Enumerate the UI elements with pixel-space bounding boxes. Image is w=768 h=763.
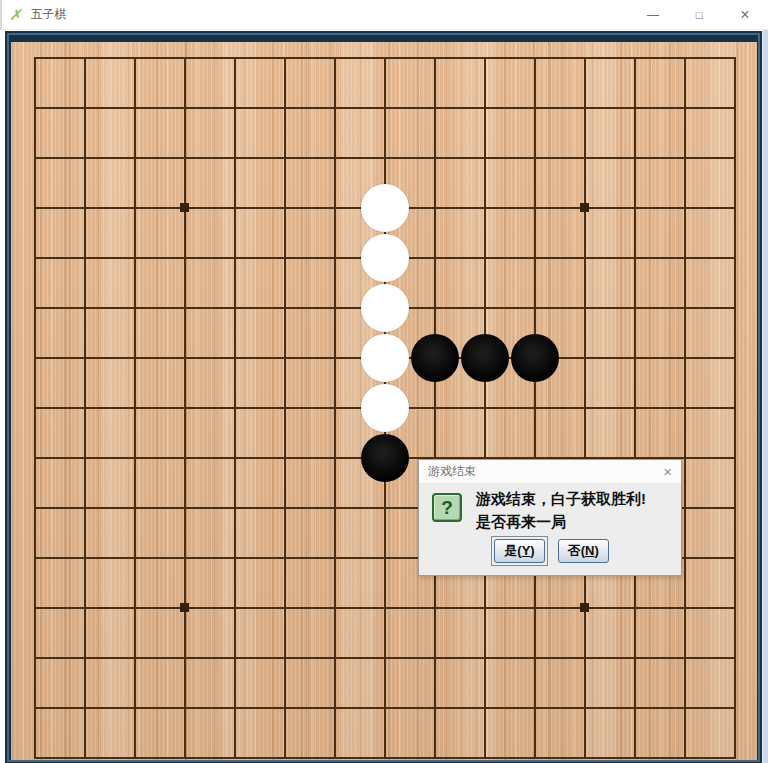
white-stone [361,384,409,432]
board-cell[interactable] [510,683,560,733]
board-cell[interactable] [560,183,610,233]
board-cell[interactable] [560,733,610,763]
board-cell[interactable] [310,233,360,283]
board-cell[interactable] [160,483,210,533]
board-cell[interactable] [310,433,360,483]
board-cell[interactable] [60,683,110,733]
board-cell[interactable] [360,183,410,233]
board-cell[interactable] [10,33,60,83]
board-cell[interactable] [610,583,660,633]
board-cell[interactable] [10,383,60,433]
grid-line-vertical [234,483,236,533]
board-cell[interactable] [160,383,210,433]
game-over-dialog: 游戏结束 × ? 游戏结束，白子获取胜利! 是否再来一局 是(Y) 否(N) [418,459,682,576]
board-cell[interactable] [410,133,460,183]
board-cell[interactable] [710,733,760,763]
board-cell[interactable] [110,733,160,763]
board-cell[interactable] [10,83,60,133]
board-cell[interactable] [210,333,260,383]
grid-line-vertical [484,383,486,433]
board-cell[interactable] [510,583,560,633]
grid-line-vertical [134,733,136,759]
board-cell[interactable] [260,183,310,233]
grid-line-vertical [734,583,736,633]
board-cell[interactable] [310,533,360,583]
grid-line-vertical [334,133,336,183]
board-cell[interactable] [60,133,110,183]
board-cell[interactable] [60,483,110,533]
grid-line-vertical [284,333,286,383]
board-grid [10,33,760,763]
board-cell[interactable] [360,433,410,483]
board-cell[interactable] [210,433,260,483]
board-cell[interactable] [260,733,310,763]
board-cell[interactable] [60,383,110,433]
board-cell[interactable] [10,283,60,333]
board-cell[interactable] [360,733,410,763]
board-cell[interactable] [710,483,760,533]
board-cell[interactable] [360,533,410,583]
grid-line-vertical [134,333,136,383]
board-cell[interactable] [160,433,210,483]
close-icon: × [740,7,749,23]
no-button[interactable]: 否(N) [558,539,609,563]
board-cell[interactable] [410,233,460,283]
board-cell[interactable] [560,133,610,183]
board-cell[interactable] [660,733,710,763]
board-cell[interactable] [660,83,710,133]
maximize-icon: □ [696,10,703,21]
board-cell[interactable] [60,83,110,133]
board-cell[interactable] [510,633,560,683]
board-cell[interactable] [60,533,110,583]
board-cell[interactable] [510,83,560,133]
board-cell[interactable] [260,33,310,83]
board-cell[interactable] [510,233,560,283]
board-cell[interactable] [710,83,760,133]
board-cell[interactable] [410,683,460,733]
grid-line-horizontal [34,57,60,59]
grid-line-vertical [434,683,436,733]
board-cell[interactable] [260,233,310,283]
grid-line-vertical [334,433,336,483]
board-cell[interactable] [110,483,160,533]
board-cell[interactable] [710,33,760,83]
board-cell[interactable] [510,283,560,333]
board-cell[interactable] [560,283,610,333]
board-cell[interactable] [210,183,260,233]
board-cell[interactable] [110,333,160,383]
grid-line-horizontal [34,557,60,559]
board-cell[interactable] [660,583,710,633]
board-cell[interactable] [710,183,760,233]
board-cell[interactable] [360,633,410,683]
board-cell[interactable] [410,583,460,633]
grid-line-vertical [684,333,686,383]
grid-line-vertical [634,733,636,759]
board-cell[interactable] [110,583,160,633]
board-cell[interactable] [610,633,660,683]
board-cell[interactable] [410,383,460,433]
board-cell[interactable] [160,83,210,133]
board-cell[interactable] [260,83,310,133]
grid-line-horizontal [710,257,736,259]
board-cell[interactable] [260,133,310,183]
board-cell[interactable] [710,533,760,583]
board-cell[interactable] [710,283,760,333]
board-cell[interactable] [110,433,160,483]
board-cell[interactable] [610,183,660,233]
board-cell[interactable] [210,383,260,433]
board-cell[interactable] [660,133,710,183]
board-cell[interactable] [60,283,110,333]
board-cell[interactable] [660,233,710,283]
board-cell[interactable] [160,33,210,83]
board-cell[interactable] [610,683,660,733]
board-cell[interactable] [110,83,160,133]
board-cell[interactable] [710,433,760,483]
board-cell[interactable] [60,433,110,483]
board-cell[interactable] [210,33,260,83]
board-cell[interactable] [610,733,660,763]
board-cell[interactable] [560,33,610,83]
board-cell[interactable] [210,233,260,283]
board-cell[interactable] [60,233,110,283]
board-cell[interactable] [10,633,60,683]
board-cell[interactable] [460,33,510,83]
board-cell[interactable] [460,233,510,283]
board-cell[interactable] [110,233,160,283]
board-cell[interactable] [560,683,610,733]
board-cell[interactable] [210,733,260,763]
board-cell[interactable] [560,83,610,133]
board-cell[interactable] [410,33,460,83]
grid-line-vertical [184,433,186,483]
black-stone [461,334,509,382]
board-cell[interactable] [710,683,760,733]
board-cell[interactable] [310,333,360,383]
board-cell[interactable] [160,583,210,633]
grid-line-vertical [284,133,286,183]
board-cell[interactable] [360,233,410,283]
grid-line-vertical [284,283,286,333]
board-cell[interactable] [510,183,560,233]
grid-line-vertical [534,183,536,233]
board-cell[interactable] [560,233,610,283]
board-cell[interactable] [710,333,760,383]
board-cell[interactable] [660,633,710,683]
grid-line-vertical [184,733,186,759]
board-cell[interactable] [260,533,310,583]
grid-line-vertical [384,83,386,133]
board-cell[interactable] [360,583,410,633]
board-cell[interactable] [110,133,160,183]
black-stone [411,334,459,382]
board-cell[interactable] [210,683,260,733]
board-cell[interactable] [310,283,360,333]
grid-line-vertical [634,683,636,733]
board-cell[interactable] [10,433,60,483]
grid-line-vertical [734,683,736,733]
board-cell[interactable] [460,733,510,763]
board-cell[interactable] [10,733,60,763]
yes-button[interactable]: 是(Y) [494,539,544,563]
board-cell[interactable] [110,683,160,733]
board-cell[interactable] [10,483,60,533]
grid-line-horizontal [710,707,736,709]
board-cell[interactable] [260,433,310,483]
board-cell[interactable] [360,33,410,83]
board-cell[interactable] [10,583,60,633]
grid-line-horizontal [710,407,736,409]
grid-line-vertical [734,333,736,383]
board-cell[interactable] [460,583,510,633]
grid-line-vertical [684,533,686,583]
board-cell[interactable] [460,633,510,683]
board-cell[interactable] [710,133,760,183]
board-cell[interactable] [510,733,560,763]
grid-line-vertical [34,333,36,383]
board-cell[interactable] [610,383,660,433]
grid-line-horizontal [34,457,60,459]
grid-line-vertical [584,383,586,433]
board-cell[interactable] [360,83,410,133]
board-cell[interactable] [510,383,560,433]
grid-line-vertical [134,183,136,233]
board-cell[interactable] [260,483,310,533]
board-cell[interactable] [310,683,360,733]
board-cell[interactable] [60,33,110,83]
board-cell[interactable] [310,33,360,83]
board-cell[interactable] [260,333,310,383]
grid-line-vertical [84,483,86,533]
star-point [180,603,189,612]
grid-line-vertical [634,183,636,233]
board-cell[interactable] [710,633,760,683]
grid-line-vertical [134,583,136,633]
board-cell[interactable] [710,233,760,283]
board-cell[interactable] [560,633,610,683]
grid-line-vertical [734,283,736,333]
board-cell[interactable] [560,383,610,433]
board-cell[interactable] [410,83,460,133]
board-cell[interactable] [360,333,410,383]
board-cell[interactable] [10,333,60,383]
board-cell[interactable] [110,533,160,583]
grid-line-vertical [484,283,486,333]
board-cell[interactable] [10,133,60,183]
board-cell[interactable] [210,483,260,533]
board-cell[interactable] [460,333,510,383]
board-cell[interactable] [410,333,460,383]
board-cell[interactable] [110,183,160,233]
board-cell[interactable] [60,633,110,683]
board-cell[interactable] [210,133,260,183]
board-cell[interactable] [110,283,160,333]
board-cell[interactable] [460,383,510,433]
grid-line-vertical [184,133,186,183]
grid-line-vertical [734,483,736,533]
grid-line-vertical [684,83,686,133]
board-cell[interactable] [360,483,410,533]
board-cell[interactable] [160,333,210,383]
board-cell[interactable] [310,133,360,183]
board-cell[interactable] [560,333,610,383]
grid-line-vertical [34,433,36,483]
window-title: 五子棋 [31,6,67,23]
board-cell[interactable] [410,733,460,763]
board-cell[interactable] [510,33,560,83]
board-cell[interactable] [260,283,310,333]
board-cell[interactable] [660,333,710,383]
board-cell[interactable] [460,133,510,183]
board-cell[interactable] [610,33,660,83]
grid-line-vertical [684,133,686,183]
grid-line-vertical [134,283,136,333]
board-cell[interactable] [460,683,510,733]
board-cell[interactable] [360,683,410,733]
grid-line-vertical [284,483,286,533]
grid-line-horizontal [710,507,736,509]
board-cell[interactable] [10,683,60,733]
board-cell[interactable] [260,583,310,633]
board-cell[interactable] [360,133,410,183]
board-cell[interactable] [660,33,710,83]
grid-line-vertical [634,83,636,133]
grid-line-horizontal [710,307,736,309]
board-cell[interactable] [460,183,510,233]
grid-line-vertical [134,233,136,283]
board-cell[interactable] [60,583,110,633]
board-cell[interactable] [10,533,60,583]
board-cell[interactable] [160,683,210,733]
board-cell[interactable] [260,383,310,433]
board-cell[interactable] [160,733,210,763]
board-cell[interactable] [210,533,260,583]
board-cell[interactable] [160,183,210,233]
grid-line-vertical [34,633,36,683]
grid-line-vertical [684,433,686,483]
grid-line-vertical [134,433,136,483]
board-cell[interactable] [10,233,60,283]
board-cell[interactable] [210,633,260,683]
board-cell[interactable] [360,283,410,333]
dialog-body: ? 游戏结束，白子获取胜利! 是否再来一局 是(Y) 否(N) [419,484,681,575]
grid-line-vertical [484,683,486,733]
board-cell[interactable] [610,83,660,133]
grid-line-vertical [484,83,486,133]
dialog-message: 游戏结束，白子获取胜利! 是否再来一局 [476,487,646,533]
board-cell[interactable] [160,533,210,583]
board-cell[interactable] [310,733,360,763]
grid-line-vertical [234,233,236,283]
board-cell[interactable] [210,583,260,633]
board-cell[interactable] [160,233,210,283]
board-cell[interactable] [10,183,60,233]
grid-line-vertical [284,183,286,233]
board-cell[interactable] [60,733,110,763]
grid-line-vertical [34,57,36,83]
board-cell[interactable] [260,633,310,683]
board-cell[interactable] [410,633,460,683]
grid-line-vertical [434,283,436,333]
dialog-close-icon[interactable]: × [663,464,672,479]
grid-line-vertical [684,733,686,759]
grid-line-vertical [84,533,86,583]
board-cell[interactable] [210,283,260,333]
board-cell[interactable] [360,383,410,433]
grid-line-vertical [234,83,236,133]
minimize-button[interactable]: — [630,0,676,30]
board-cell[interactable] [60,333,110,383]
grid-line-vertical [334,633,336,683]
grid-line-vertical [384,57,386,83]
board-cell[interactable] [410,183,460,233]
board-cell[interactable] [460,83,510,133]
board-cell[interactable] [510,133,560,183]
grid-line-vertical [184,633,186,683]
board-cell[interactable] [610,133,660,183]
grid-line-vertical [584,83,586,133]
board-cell[interactable] [610,233,660,283]
board-cell[interactable] [660,383,710,433]
grid-line-vertical [334,283,336,333]
board-cell[interactable] [710,583,760,633]
background-window-edge [0,0,2,30]
board-cell[interactable] [660,183,710,233]
grid-line-vertical [684,183,686,233]
board-cell[interactable] [310,583,360,633]
board-cell[interactable] [160,133,210,183]
board-cell[interactable] [310,183,360,233]
app-icon: ✗ [9,7,22,22]
board-cell[interactable] [60,183,110,233]
close-button[interactable]: × [722,0,768,30]
board-cell[interactable] [460,283,510,333]
board-cell[interactable] [310,633,360,683]
grid-line-vertical [634,333,636,383]
board-cell[interactable] [110,383,160,433]
board-cell[interactable] [310,83,360,133]
board-cell[interactable] [260,683,310,733]
grid-line-vertical [384,483,386,533]
board-cell[interactable] [160,633,210,683]
board-cell[interactable] [610,333,660,383]
gomoku-window: ✗ 五子棋 — □ × 游戏结束 × ? 游戏结束，白子获取胜利! 是否再 [0,0,768,763]
grid-line-vertical [234,733,236,759]
board-cell[interactable] [310,383,360,433]
board-cell[interactable] [660,683,710,733]
board-cell[interactable] [210,83,260,133]
board-cell[interactable] [710,383,760,433]
board-cell[interactable] [610,283,660,333]
board-cell[interactable] [410,283,460,333]
grid-line-vertical [434,133,436,183]
board-cell[interactable] [110,633,160,683]
grid-line-vertical [134,683,136,733]
board-cell[interactable] [310,483,360,533]
grid-line-vertical [684,57,686,83]
board-cell[interactable] [660,283,710,333]
grid-line-vertical [34,583,36,633]
maximize-button[interactable]: □ [676,0,722,30]
titlebar: ✗ 五子棋 — □ × [0,0,768,30]
board-cell[interactable] [510,333,560,383]
board-cell[interactable] [560,583,610,633]
board-cell[interactable] [160,283,210,333]
board-cell[interactable] [110,33,160,83]
grid-line-vertical [634,133,636,183]
